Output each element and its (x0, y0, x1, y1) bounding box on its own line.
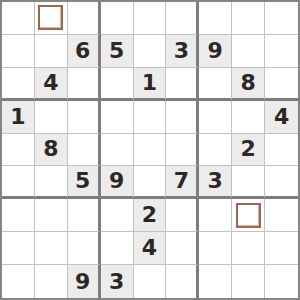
cell-r4c1[interactable]: 8 (35, 134, 68, 167)
cell-r7c3[interactable] (101, 232, 134, 265)
cell-r3c3[interactable] (101, 101, 134, 134)
cell-r4c4[interactable] (134, 134, 167, 167)
cell-r0c6[interactable] (199, 2, 232, 35)
cell-r8c1[interactable] (35, 265, 68, 298)
cell-r3c6[interactable] (199, 101, 232, 134)
cell-r3c4[interactable] (134, 101, 167, 134)
cell-r8c6[interactable] (199, 265, 232, 298)
cell-r2c6[interactable] (199, 68, 232, 101)
cell-r1c0[interactable] (2, 35, 35, 68)
cell-r0c3[interactable] (101, 2, 134, 35)
cell-r2c4[interactable]: 1 (134, 68, 167, 101)
cell-r5c7[interactable] (232, 166, 265, 199)
cell-r3c2[interactable] (68, 101, 101, 134)
cell-r2c7[interactable]: 8 (232, 68, 265, 101)
cell-r3c7[interactable] (232, 101, 265, 134)
cell-r1c7[interactable] (232, 35, 265, 68)
cell-r4c3[interactable] (101, 134, 134, 167)
cell-r6c3[interactable] (101, 199, 134, 232)
cell-r5c8[interactable] (265, 166, 298, 199)
cell-r5c0[interactable] (2, 166, 35, 199)
cell-r2c8[interactable] (265, 68, 298, 101)
cell-r2c3[interactable] (101, 68, 134, 101)
cell-r5c1[interactable] (35, 166, 68, 199)
cell-r8c3[interactable]: 3 (101, 265, 134, 298)
cell-r3c5[interactable] (166, 101, 199, 134)
cell-r3c0[interactable]: 1 (2, 101, 35, 134)
cell-r7c4[interactable]: 4 (134, 232, 167, 265)
cell-r1c4[interactable] (134, 35, 167, 68)
cell-r4c8[interactable] (265, 134, 298, 167)
cell-r1c6[interactable]: 9 (199, 35, 232, 68)
cell-r1c8[interactable] (265, 35, 298, 68)
cell-r7c1[interactable] (35, 232, 68, 265)
cell-r1c1[interactable] (35, 35, 68, 68)
cell-r8c4[interactable] (134, 265, 167, 298)
cell-r0c8[interactable] (265, 2, 298, 35)
cell-r6c8[interactable] (265, 199, 298, 232)
cell-r6c0[interactable] (2, 199, 35, 232)
cell-r5c6[interactable]: 3 (199, 166, 232, 199)
cell-r5c5[interactable]: 7 (166, 166, 199, 199)
cell-r0c4[interactable] (134, 2, 167, 35)
cell-r5c3[interactable]: 9 (101, 166, 134, 199)
cell-r6c5[interactable] (166, 199, 199, 232)
cell-selection-box (38, 5, 63, 30)
cell-r3c1[interactable] (35, 101, 68, 134)
cell-r2c1[interactable]: 4 (35, 68, 68, 101)
cell-r4c2[interactable] (68, 134, 101, 167)
cell-r1c5[interactable]: 3 (166, 35, 199, 68)
cell-r7c2[interactable] (68, 232, 101, 265)
cell-r7c0[interactable] (2, 232, 35, 265)
cell-r7c6[interactable] (199, 232, 232, 265)
cell-r6c1[interactable] (35, 199, 68, 232)
cell-r1c2[interactable]: 6 (68, 35, 101, 68)
cell-r4c7[interactable]: 2 (232, 134, 265, 167)
sudoku-board: 6539418148259732493 (0, 0, 300, 300)
cell-r7c7[interactable] (232, 232, 265, 265)
cell-r0c5[interactable] (166, 2, 199, 35)
cell-r8c5[interactable] (166, 265, 199, 298)
cell-r1c3[interactable]: 5 (101, 35, 134, 68)
cell-r7c5[interactable] (166, 232, 199, 265)
cell-r3c8[interactable]: 4 (265, 101, 298, 134)
cell-r8c2[interactable]: 9 (68, 265, 101, 298)
cell-r4c5[interactable] (166, 134, 199, 167)
cell-r0c1[interactable] (35, 2, 68, 35)
cell-r6c4[interactable]: 2 (134, 199, 167, 232)
cell-r5c4[interactable] (134, 166, 167, 199)
cell-r8c8[interactable] (265, 265, 298, 298)
cell-r6c7[interactable] (232, 199, 265, 232)
cell-selection-box (236, 203, 261, 228)
cell-r0c2[interactable] (68, 2, 101, 35)
cell-r2c5[interactable] (166, 68, 199, 101)
cell-r8c7[interactable] (232, 265, 265, 298)
cell-r6c6[interactable] (199, 199, 232, 232)
cell-r8c0[interactable] (2, 265, 35, 298)
cell-r4c0[interactable] (2, 134, 35, 167)
cell-r4c6[interactable] (199, 134, 232, 167)
cell-r6c2[interactable] (68, 199, 101, 232)
cell-r2c2[interactable] (68, 68, 101, 101)
cell-r5c2[interactable]: 5 (68, 166, 101, 199)
cell-r2c0[interactable] (2, 68, 35, 101)
cell-r7c8[interactable] (265, 232, 298, 265)
cell-r0c7[interactable] (232, 2, 265, 35)
cell-r0c0[interactable] (2, 2, 35, 35)
